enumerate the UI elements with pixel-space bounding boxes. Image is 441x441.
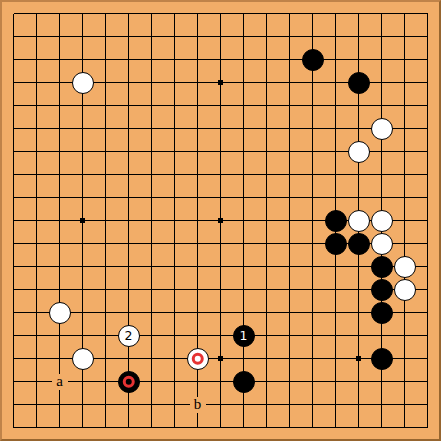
board-point[interactable] [324,117,347,140]
board-point[interactable] [25,71,48,94]
board-point[interactable] [25,25,48,48]
board-point[interactable] [71,370,94,393]
board-point[interactable] [25,301,48,324]
board-point[interactable] [232,416,255,439]
board-point[interactable] [117,370,140,393]
board-point[interactable] [370,2,393,25]
board-point[interactable] [140,163,163,186]
board-point[interactable] [209,301,232,324]
board-point[interactable] [255,94,278,117]
board-point[interactable] [232,301,255,324]
board-point[interactable] [48,2,71,25]
board-point[interactable] [71,94,94,117]
board-point[interactable] [232,25,255,48]
board-point[interactable] [393,140,416,163]
board-point[interactable] [416,140,439,163]
board-point[interactable] [232,370,255,393]
board-point[interactable] [416,71,439,94]
board-point[interactable] [140,370,163,393]
board-point[interactable] [370,393,393,416]
board-point[interactable] [163,2,186,25]
board-point[interactable] [393,324,416,347]
board-point[interactable] [416,278,439,301]
board-point[interactable] [163,163,186,186]
board-point[interactable] [301,2,324,25]
board-point[interactable] [71,416,94,439]
board-point[interactable] [71,25,94,48]
board-point[interactable] [163,209,186,232]
board-point[interactable] [232,140,255,163]
board-point[interactable] [370,140,393,163]
board-point[interactable] [255,416,278,439]
board-point[interactable] [25,48,48,71]
board-point[interactable] [393,347,416,370]
board-point[interactable] [209,347,232,370]
board-point[interactable] [94,301,117,324]
board-point[interactable] [278,370,301,393]
board-point[interactable] [94,71,117,94]
board-point[interactable] [255,278,278,301]
board-point[interactable] [393,117,416,140]
board-point[interactable] [2,209,25,232]
board-point[interactable] [48,48,71,71]
board-point[interactable] [370,370,393,393]
board-point[interactable] [2,255,25,278]
board-point[interactable] [140,416,163,439]
board-point[interactable] [301,94,324,117]
board-point[interactable] [94,393,117,416]
board-point[interactable] [163,324,186,347]
board-point[interactable] [278,163,301,186]
board-point[interactable] [370,232,393,255]
board-point[interactable] [416,48,439,71]
board-point[interactable] [186,48,209,71]
board-point[interactable] [117,186,140,209]
board-point[interactable] [324,140,347,163]
board-point[interactable] [255,209,278,232]
board-point[interactable] [324,186,347,209]
board-point[interactable] [370,48,393,71]
board-point[interactable] [186,255,209,278]
board-point[interactable]: 2 [117,324,140,347]
board-point[interactable] [117,255,140,278]
board-point[interactable] [71,163,94,186]
board-point[interactable]: 1 [232,324,255,347]
board-point[interactable] [416,301,439,324]
board-point[interactable] [370,255,393,278]
board-point[interactable] [416,117,439,140]
board-point[interactable] [232,94,255,117]
board-point[interactable] [209,324,232,347]
board-point[interactable] [255,2,278,25]
board-point[interactable] [209,416,232,439]
board-point[interactable] [25,278,48,301]
board-point[interactable] [255,71,278,94]
board-point[interactable] [25,209,48,232]
board-point[interactable] [94,255,117,278]
board-point[interactable] [186,278,209,301]
board-point[interactable] [278,232,301,255]
board-point[interactable] [301,25,324,48]
board-point[interactable] [48,25,71,48]
board-point[interactable] [2,94,25,117]
board-point[interactable] [117,347,140,370]
board-point[interactable] [2,324,25,347]
board-point[interactable] [393,25,416,48]
board-point[interactable] [255,393,278,416]
board-point[interactable] [416,25,439,48]
board-point[interactable] [163,25,186,48]
board-point[interactable] [416,255,439,278]
board-point[interactable] [393,255,416,278]
board-point[interactable] [301,232,324,255]
board-point[interactable] [232,117,255,140]
board-point[interactable] [140,117,163,140]
board-point[interactable] [48,347,71,370]
board-point[interactable] [324,393,347,416]
board-point[interactable] [48,163,71,186]
board-point[interactable] [71,324,94,347]
board-point[interactable] [347,25,370,48]
board-point[interactable] [416,2,439,25]
board-point[interactable] [186,163,209,186]
board-point[interactable] [2,117,25,140]
board-point[interactable] [71,140,94,163]
board-point[interactable] [71,2,94,25]
board-point[interactable] [48,324,71,347]
board-point[interactable] [94,324,117,347]
board-point[interactable] [416,416,439,439]
board-point[interactable] [117,393,140,416]
board-point[interactable] [232,186,255,209]
board-point[interactable] [347,232,370,255]
board-point[interactable] [25,324,48,347]
board-point[interactable] [140,2,163,25]
board-point[interactable] [186,324,209,347]
board-point[interactable] [324,163,347,186]
board-point[interactable] [324,25,347,48]
board-point[interactable] [255,117,278,140]
board-point[interactable] [278,48,301,71]
board-point[interactable] [278,25,301,48]
board-point[interactable] [324,2,347,25]
board-point[interactable] [416,370,439,393]
board-point[interactable] [232,347,255,370]
board-point[interactable] [48,255,71,278]
board-point[interactable] [94,140,117,163]
board-point[interactable] [71,232,94,255]
board-point[interactable] [209,71,232,94]
board-point[interactable] [301,117,324,140]
board-point[interactable] [117,209,140,232]
board-point[interactable] [163,278,186,301]
board-point[interactable] [347,393,370,416]
board-point[interactable] [163,370,186,393]
board-point[interactable] [25,186,48,209]
board-point[interactable] [393,94,416,117]
board-point[interactable] [140,255,163,278]
board-point[interactable] [186,186,209,209]
board-point[interactable] [140,393,163,416]
board-point[interactable] [278,117,301,140]
board-point[interactable] [48,278,71,301]
board-point[interactable] [255,140,278,163]
board-point[interactable] [140,278,163,301]
board-point[interactable] [2,48,25,71]
board-point[interactable] [48,71,71,94]
board-point[interactable] [163,393,186,416]
board-point[interactable]: b [186,393,209,416]
board-point[interactable] [2,370,25,393]
board-point[interactable] [324,301,347,324]
board-point[interactable] [209,117,232,140]
board-point[interactable] [301,163,324,186]
board-point[interactable] [163,301,186,324]
board-point[interactable] [186,140,209,163]
board-point[interactable] [255,25,278,48]
board-point[interactable] [209,209,232,232]
board-point[interactable] [324,232,347,255]
board-point[interactable] [94,278,117,301]
board-point[interactable] [163,186,186,209]
board-point[interactable] [370,278,393,301]
board-point[interactable] [209,393,232,416]
board-point[interactable] [209,278,232,301]
board-point[interactable] [209,232,232,255]
board-point[interactable] [209,94,232,117]
board-point[interactable] [140,209,163,232]
board-point[interactable] [301,278,324,301]
board-point[interactable] [278,278,301,301]
board-point[interactable] [140,71,163,94]
board-point[interactable] [25,117,48,140]
board-point[interactable] [347,71,370,94]
board-point[interactable] [232,48,255,71]
board-point[interactable] [48,232,71,255]
board-point[interactable] [94,117,117,140]
board-point[interactable] [232,278,255,301]
board-point[interactable] [209,186,232,209]
board-point[interactable] [301,48,324,71]
board-point[interactable] [278,2,301,25]
board-point[interactable] [48,186,71,209]
board-point[interactable] [2,163,25,186]
board-point[interactable] [94,347,117,370]
board-point[interactable] [94,370,117,393]
board-point[interactable] [25,163,48,186]
board-point[interactable] [416,393,439,416]
board-point[interactable] [71,393,94,416]
board-point[interactable] [370,416,393,439]
board-point[interactable] [140,48,163,71]
board-point[interactable] [163,71,186,94]
board-point[interactable] [94,232,117,255]
board-point[interactable] [117,71,140,94]
board-point[interactable] [25,2,48,25]
board-point[interactable] [2,71,25,94]
board-point[interactable] [186,71,209,94]
board-point[interactable] [25,232,48,255]
board-point[interactable] [278,71,301,94]
board-point[interactable] [370,163,393,186]
board-point[interactable] [393,232,416,255]
board-point[interactable] [347,2,370,25]
board-point[interactable] [117,2,140,25]
board-point[interactable] [347,163,370,186]
board-point[interactable] [48,209,71,232]
board-point[interactable] [416,324,439,347]
board-point[interactable] [370,25,393,48]
board-point[interactable] [48,94,71,117]
board-point[interactable] [2,278,25,301]
board-point[interactable] [324,71,347,94]
board-point[interactable] [278,301,301,324]
board-point[interactable] [209,140,232,163]
board-point[interactable] [163,48,186,71]
board-point[interactable] [324,370,347,393]
board-point[interactable] [117,278,140,301]
board-point[interactable] [209,255,232,278]
board-point[interactable] [416,209,439,232]
board-point[interactable] [416,347,439,370]
board-point[interactable] [117,94,140,117]
board-point[interactable] [278,140,301,163]
board-point[interactable] [347,140,370,163]
board-point[interactable] [140,301,163,324]
board-point[interactable] [209,370,232,393]
board-point[interactable] [324,278,347,301]
board-point[interactable] [393,186,416,209]
board-point[interactable] [232,255,255,278]
board-point[interactable] [370,347,393,370]
board-point[interactable] [347,209,370,232]
board-point[interactable] [117,117,140,140]
board-point[interactable]: a [48,370,71,393]
board-point[interactable] [25,370,48,393]
board-point[interactable] [347,278,370,301]
board-point[interactable] [370,186,393,209]
board-point[interactable] [370,117,393,140]
board-point[interactable] [186,301,209,324]
board-point[interactable] [324,324,347,347]
board-point[interactable] [255,301,278,324]
board-point[interactable] [140,140,163,163]
board-point[interactable] [393,2,416,25]
board-point[interactable] [255,255,278,278]
board-point[interactable] [255,186,278,209]
board-point[interactable] [255,163,278,186]
board-point[interactable] [393,278,416,301]
board-point[interactable] [370,71,393,94]
board-point[interactable] [71,301,94,324]
board-point[interactable] [186,94,209,117]
board-point[interactable] [163,140,186,163]
board-point[interactable] [163,347,186,370]
board-point[interactable] [347,416,370,439]
board-point[interactable] [94,416,117,439]
board-point[interactable] [2,25,25,48]
board-point[interactable] [255,370,278,393]
board-point[interactable] [186,232,209,255]
board-point[interactable] [209,25,232,48]
board-point[interactable] [416,232,439,255]
board-point[interactable] [301,255,324,278]
board-point[interactable] [163,255,186,278]
board-point[interactable] [71,209,94,232]
board-point[interactable] [232,71,255,94]
board-point[interactable] [301,416,324,439]
board-point[interactable] [2,232,25,255]
board-point[interactable] [94,2,117,25]
board-point[interactable] [71,117,94,140]
board-point[interactable] [301,347,324,370]
board-point[interactable] [25,393,48,416]
board-point[interactable] [71,255,94,278]
board-point[interactable] [71,48,94,71]
board-point[interactable] [117,232,140,255]
board-point[interactable] [324,94,347,117]
board-point[interactable] [2,301,25,324]
board-point[interactable] [347,324,370,347]
board-point[interactable] [324,255,347,278]
board-point[interactable] [117,416,140,439]
board-point[interactable] [301,71,324,94]
board-point[interactable] [163,94,186,117]
board-point[interactable] [2,416,25,439]
board-point[interactable] [94,209,117,232]
board-point[interactable] [393,301,416,324]
board-point[interactable] [278,94,301,117]
board-point[interactable] [2,140,25,163]
board-point[interactable] [2,186,25,209]
board-point[interactable] [393,416,416,439]
board-point[interactable] [347,370,370,393]
board-point[interactable] [186,25,209,48]
board-point[interactable] [232,209,255,232]
board-point[interactable] [94,163,117,186]
board-point[interactable] [163,117,186,140]
board-point[interactable] [255,48,278,71]
board-point[interactable] [347,117,370,140]
board-point[interactable] [25,347,48,370]
board-point[interactable] [140,25,163,48]
board-point[interactable] [370,209,393,232]
board-point[interactable] [140,347,163,370]
board-point[interactable] [301,324,324,347]
board-point[interactable] [301,140,324,163]
board-point[interactable] [25,255,48,278]
board-point[interactable] [140,232,163,255]
board-point[interactable] [25,94,48,117]
board-point[interactable] [25,140,48,163]
board-point[interactable] [278,347,301,370]
board-point[interactable] [301,209,324,232]
board-point[interactable] [278,186,301,209]
board-point[interactable] [140,324,163,347]
board-point[interactable] [186,209,209,232]
board-point[interactable] [71,186,94,209]
board-point[interactable] [232,2,255,25]
board-point[interactable] [140,94,163,117]
board-point[interactable] [25,416,48,439]
board-point[interactable] [393,209,416,232]
board-point[interactable] [94,48,117,71]
board-point[interactable] [71,278,94,301]
board-point[interactable] [48,393,71,416]
board-point[interactable] [416,163,439,186]
board-point[interactable] [209,2,232,25]
board-point[interactable] [186,370,209,393]
